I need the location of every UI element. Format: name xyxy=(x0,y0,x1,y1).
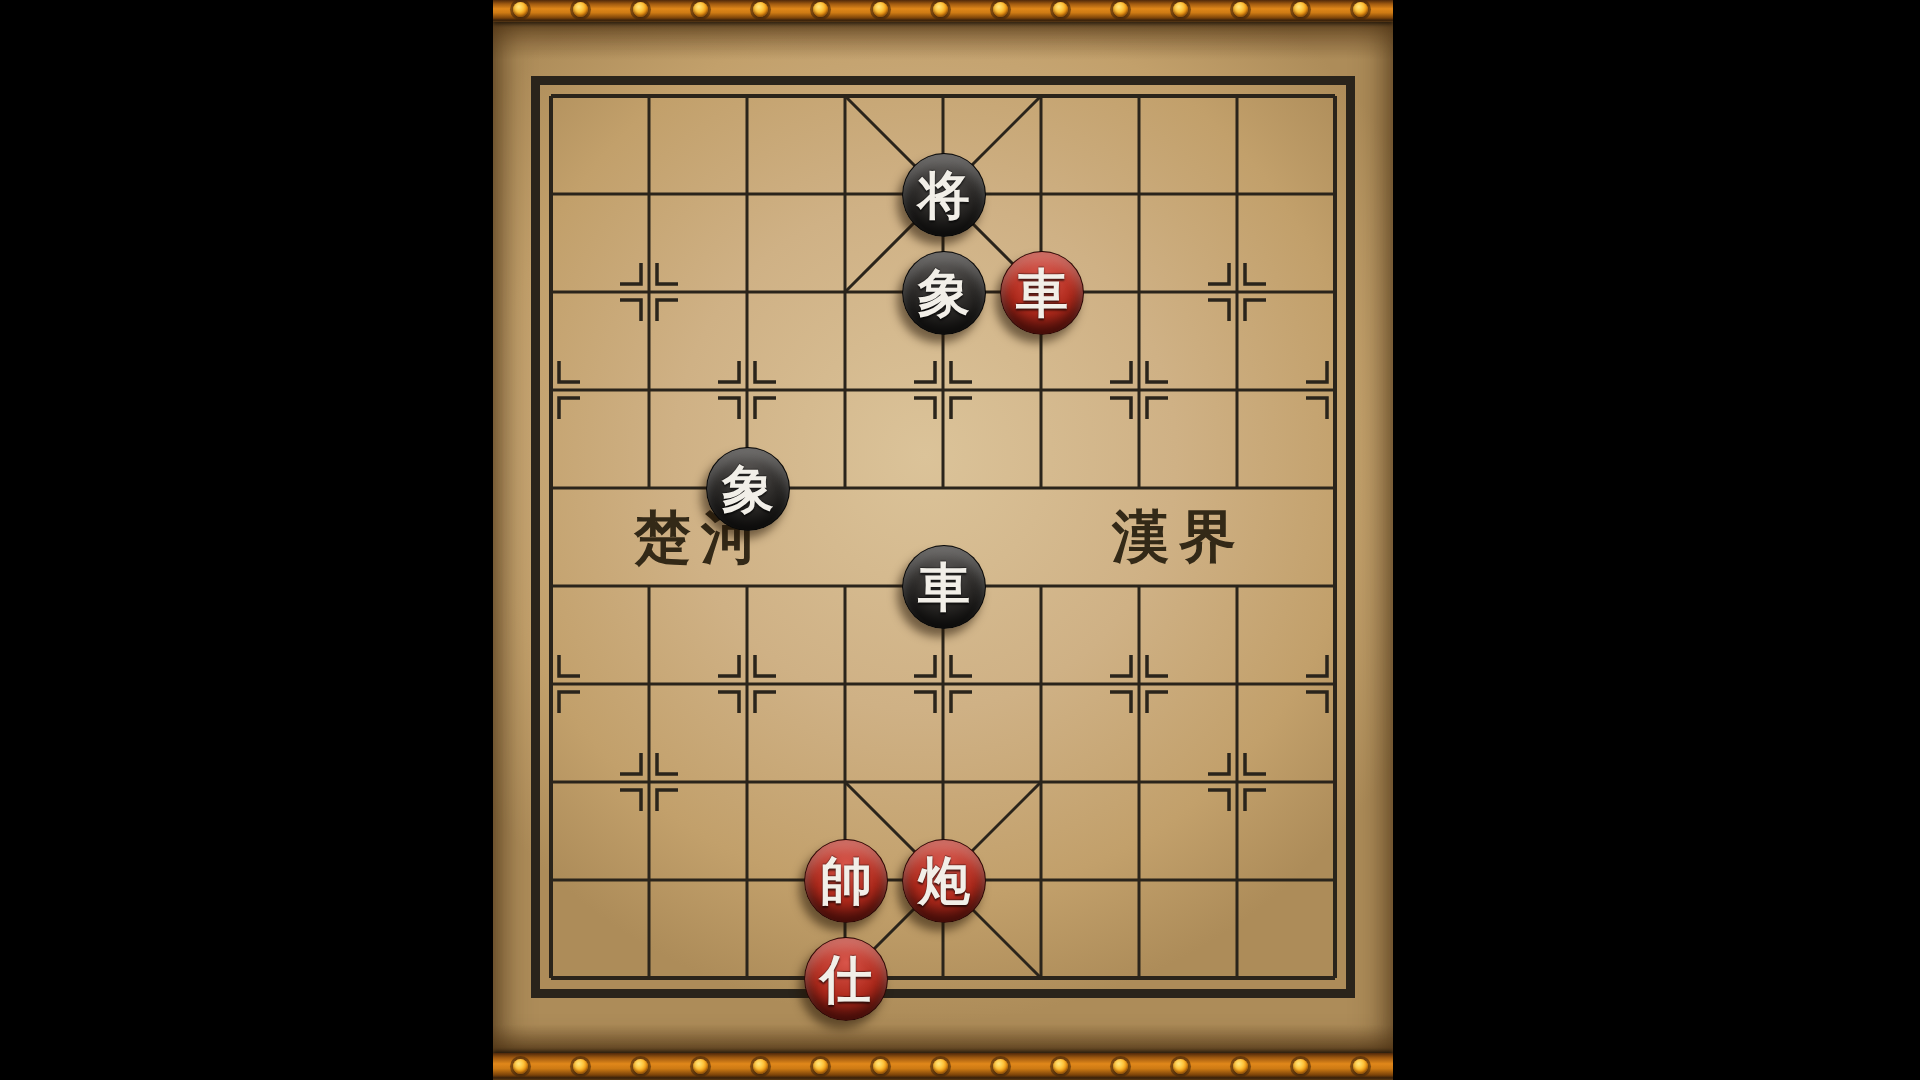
stud-icon xyxy=(1233,1059,1248,1074)
stud-icon xyxy=(933,2,948,17)
stud-icon xyxy=(813,1059,828,1074)
top-frame-bar xyxy=(493,0,1393,22)
piece-black-elephant[interactable]: 象 xyxy=(706,447,790,531)
piece-black-elephant[interactable]: 象 xyxy=(902,251,986,335)
xiangqi-game-area: 楚河 漢界 将象車象車帥炮仕 xyxy=(493,0,1393,1080)
stud-icon xyxy=(753,2,768,17)
stud-icon xyxy=(993,2,1008,17)
stud-icon xyxy=(1293,2,1308,17)
stud-icon xyxy=(513,2,528,17)
piece-black-general[interactable]: 将 xyxy=(902,153,986,237)
stud-icon xyxy=(693,2,708,17)
piece-red-cannon[interactable]: 炮 xyxy=(902,839,986,923)
stud-icon xyxy=(933,1059,948,1074)
stud-icon xyxy=(873,2,888,17)
stud-icon xyxy=(1353,2,1368,17)
stud-icon xyxy=(573,1059,588,1074)
stud-icon xyxy=(1053,2,1068,17)
stud-icon xyxy=(693,1059,708,1074)
stud-icon xyxy=(813,2,828,17)
stud-icon xyxy=(1173,1059,1188,1074)
bottom-frame-bar xyxy=(493,1053,1393,1080)
stud-icon xyxy=(1113,1059,1128,1074)
stud-icon xyxy=(993,1059,1008,1074)
stud-icon xyxy=(1353,1059,1368,1074)
piece-red-advisor[interactable]: 仕 xyxy=(804,937,888,1021)
stud-icon xyxy=(1173,2,1188,17)
stud-icon xyxy=(873,1059,888,1074)
piece-black-chariot[interactable]: 車 xyxy=(902,545,986,629)
stud-icon xyxy=(1053,1059,1068,1074)
stud-icon xyxy=(633,1059,648,1074)
stud-icon xyxy=(753,1059,768,1074)
stud-icon xyxy=(1233,2,1248,17)
piece-red-general[interactable]: 帥 xyxy=(804,839,888,923)
pieces-layer: 将象車象車帥炮仕 xyxy=(493,0,1393,1080)
stud-icon xyxy=(633,2,648,17)
stud-icon xyxy=(1113,2,1128,17)
stud-icon xyxy=(1293,1059,1308,1074)
piece-red-chariot[interactable]: 車 xyxy=(1000,251,1084,335)
stud-icon xyxy=(513,1059,528,1074)
screen-background: 楚河 漢界 将象車象車帥炮仕 xyxy=(0,0,1920,1080)
stud-icon xyxy=(573,2,588,17)
